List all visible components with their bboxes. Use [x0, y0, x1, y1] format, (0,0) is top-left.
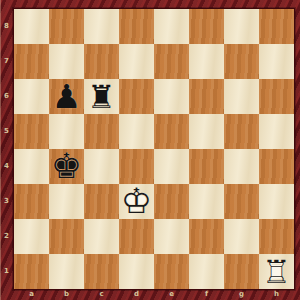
square-a4[interactable] — [14, 149, 49, 184]
square-d1[interactable] — [119, 254, 154, 289]
square-d5[interactable] — [119, 114, 154, 149]
square-c5[interactable] — [84, 114, 119, 149]
chessboard: ♟♜♚♚♔♜♖ — [14, 9, 294, 289]
square-d6[interactable] — [119, 79, 154, 114]
black-king-b4: ♚ — [49, 149, 84, 184]
rank-label-8: 8 — [0, 9, 13, 44]
square-f3[interactable] — [189, 184, 224, 219]
square-h2[interactable] — [259, 219, 294, 254]
file-label-d: d — [119, 288, 154, 300]
square-b5[interactable] — [49, 114, 84, 149]
square-e1[interactable] — [154, 254, 189, 289]
square-b7[interactable] — [49, 44, 84, 79]
rank-label-5: 5 — [0, 114, 13, 149]
square-e4[interactable] — [154, 149, 189, 184]
square-d3[interactable]: ♚♔ — [119, 184, 154, 219]
square-g6[interactable] — [224, 79, 259, 114]
square-c2[interactable] — [84, 219, 119, 254]
square-e3[interactable] — [154, 184, 189, 219]
square-c7[interactable] — [84, 44, 119, 79]
square-f6[interactable] — [189, 79, 224, 114]
rank-label-1: 1 — [0, 254, 13, 289]
square-e7[interactable] — [154, 44, 189, 79]
square-g7[interactable] — [224, 44, 259, 79]
square-a8[interactable] — [14, 9, 49, 44]
rank-label-4: 4 — [0, 149, 13, 184]
square-c4[interactable] — [84, 149, 119, 184]
square-f4[interactable] — [189, 149, 224, 184]
file-label-f: f — [189, 288, 224, 300]
square-c3[interactable] — [84, 184, 119, 219]
square-b1[interactable] — [49, 254, 84, 289]
white-king-outline-glyph: ♔ — [119, 184, 154, 219]
square-b2[interactable] — [49, 219, 84, 254]
square-b6[interactable]: ♟ — [49, 79, 84, 114]
rank-label-3: 3 — [0, 184, 13, 219]
square-f8[interactable] — [189, 9, 224, 44]
file-label-a: a — [14, 288, 49, 300]
square-a1[interactable] — [14, 254, 49, 289]
square-g3[interactable] — [224, 184, 259, 219]
square-g4[interactable] — [224, 149, 259, 184]
square-b8[interactable] — [49, 9, 84, 44]
file-label-b: b — [49, 288, 84, 300]
rank-label-7: 7 — [0, 44, 13, 79]
square-a3[interactable] — [14, 184, 49, 219]
black-rook-c6: ♜ — [84, 79, 119, 114]
square-f1[interactable] — [189, 254, 224, 289]
square-c1[interactable] — [84, 254, 119, 289]
square-f5[interactable] — [189, 114, 224, 149]
square-f2[interactable] — [189, 219, 224, 254]
square-h6[interactable] — [259, 79, 294, 114]
square-a5[interactable] — [14, 114, 49, 149]
square-h3[interactable] — [259, 184, 294, 219]
white-rook-outline-glyph: ♖ — [259, 254, 294, 289]
square-e6[interactable] — [154, 79, 189, 114]
square-a6[interactable] — [14, 79, 49, 114]
square-d7[interactable] — [119, 44, 154, 79]
square-d4[interactable] — [119, 149, 154, 184]
square-h8[interactable] — [259, 9, 294, 44]
black-pawn-b6: ♟ — [49, 79, 84, 114]
square-d8[interactable] — [119, 9, 154, 44]
file-label-e: e — [154, 288, 189, 300]
rank-label-6: 6 — [0, 79, 13, 114]
white-rook-h1: ♜♖ — [259, 254, 294, 289]
square-h5[interactable] — [259, 114, 294, 149]
square-g1[interactable] — [224, 254, 259, 289]
square-g8[interactable] — [224, 9, 259, 44]
file-label-h: h — [259, 288, 294, 300]
square-a2[interactable] — [14, 219, 49, 254]
square-b3[interactable] — [49, 184, 84, 219]
file-label-c: c — [84, 288, 119, 300]
square-c6[interactable]: ♜ — [84, 79, 119, 114]
square-a7[interactable] — [14, 44, 49, 79]
square-h4[interactable] — [259, 149, 294, 184]
square-c8[interactable] — [84, 9, 119, 44]
square-g5[interactable] — [224, 114, 259, 149]
square-g2[interactable] — [224, 219, 259, 254]
square-b4[interactable]: ♚ — [49, 149, 84, 184]
square-e8[interactable] — [154, 9, 189, 44]
file-label-g: g — [224, 288, 259, 300]
rank-label-2: 2 — [0, 219, 13, 254]
square-h1[interactable]: ♜♖ — [259, 254, 294, 289]
square-f7[interactable] — [189, 44, 224, 79]
square-e2[interactable] — [154, 219, 189, 254]
square-h7[interactable] — [259, 44, 294, 79]
white-king-d3: ♚♔ — [119, 184, 154, 219]
square-e5[interactable] — [154, 114, 189, 149]
chessboard-frame: ♟♜♚♚♔♜♖ 87654321abcdefgh — [0, 0, 300, 300]
square-d2[interactable] — [119, 219, 154, 254]
